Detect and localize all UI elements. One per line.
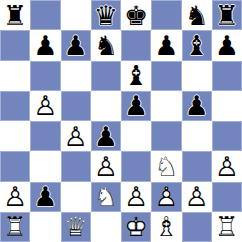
black-queen-glyph: ♛: [91, 0, 121, 30]
square-c8[interactable]: [61, 0, 91, 30]
square-a5[interactable]: [0, 91, 30, 121]
square-d5[interactable]: [91, 91, 121, 121]
square-a8[interactable]: ♜: [0, 0, 30, 30]
square-h7[interactable]: ♟: [212, 30, 242, 60]
square-d4[interactable]: ♟: [91, 121, 121, 151]
white-rook-outline: ♖: [0, 212, 30, 242]
square-g5[interactable]: ♟: [182, 91, 212, 121]
white-pawn: ♟♙: [0, 182, 30, 212]
square-b2[interactable]: ♟: [30, 182, 60, 212]
black-pawn-glyph: ♟: [182, 91, 212, 121]
black-queen: ♛: [91, 0, 121, 30]
white-pawn-outline: ♙: [0, 182, 30, 212]
black-king-glyph: ♚: [121, 0, 151, 30]
square-b7[interactable]: ♟: [30, 30, 60, 60]
square-h3[interactable]: ♟♙: [212, 151, 242, 181]
square-f8[interactable]: [151, 0, 181, 30]
black-pawn: ♟: [151, 30, 181, 60]
white-pawn: ♟♙: [91, 151, 121, 181]
black-bishop-glyph: ♝: [121, 61, 151, 91]
square-e1[interactable]: ♚♔: [121, 212, 151, 242]
chess-board: ♜♛♚♞♜♟♟♞♟♝♟♝♟♙♟♟♟♙♟♟♙♞♘♟♙♟♙♟♞♘♟♙♟♙♟♙♜♖♛♕…: [0, 0, 242, 242]
square-a2[interactable]: ♟♙: [0, 182, 30, 212]
black-bishop: ♝: [121, 61, 151, 91]
square-a7[interactable]: [0, 30, 30, 60]
black-pawn-glyph: ♟: [30, 182, 60, 212]
white-pawn-outline: ♙: [212, 151, 242, 181]
white-pawn-outline: ♙: [91, 151, 121, 181]
white-bishop-outline: ♗: [151, 212, 181, 242]
black-pawn: ♟: [61, 30, 91, 60]
white-knight: ♞♘: [151, 151, 181, 181]
square-d8[interactable]: ♛: [91, 0, 121, 30]
square-b3[interactable]: [30, 151, 60, 181]
black-knight: ♞: [182, 0, 212, 30]
white-pawn-outline: ♙: [61, 121, 91, 151]
white-knight-outline: ♘: [91, 182, 121, 212]
square-g2[interactable]: ♟♙: [182, 182, 212, 212]
square-g4[interactable]: [182, 121, 212, 151]
black-knight-glyph: ♞: [182, 0, 212, 30]
black-pawn-glyph: ♟: [30, 30, 60, 60]
square-f6[interactable]: [151, 61, 181, 91]
square-b6[interactable]: [30, 61, 60, 91]
black-pawn: ♟: [91, 121, 121, 151]
square-c1[interactable]: ♛♕: [61, 212, 91, 242]
square-e4[interactable]: [121, 121, 151, 151]
square-h2[interactable]: [212, 182, 242, 212]
white-knight: ♞♘: [91, 182, 121, 212]
white-pawn-outline: ♙: [121, 182, 151, 212]
square-a3[interactable]: [0, 151, 30, 181]
square-h8[interactable]: ♜: [212, 0, 242, 30]
white-knight-outline: ♘: [151, 151, 181, 181]
square-d7[interactable]: ♞: [91, 30, 121, 60]
white-pawn-outline: ♙: [30, 91, 60, 121]
white-pawn: ♟♙: [61, 121, 91, 151]
square-g3[interactable]: [182, 151, 212, 181]
black-knight-glyph: ♞: [91, 30, 121, 60]
square-e6[interactable]: ♝: [121, 61, 151, 91]
black-rook: ♜: [0, 0, 30, 30]
square-f2[interactable]: ♟♙: [151, 182, 181, 212]
square-c2[interactable]: [61, 182, 91, 212]
square-e5[interactable]: ♟: [121, 91, 151, 121]
square-h4[interactable]: [212, 121, 242, 151]
black-pawn-glyph: ♟: [121, 91, 151, 121]
square-b4[interactable]: [30, 121, 60, 151]
square-c7[interactable]: ♟: [61, 30, 91, 60]
black-bishop: ♝: [182, 30, 212, 60]
white-queen-outline: ♕: [61, 212, 91, 242]
square-d1[interactable]: [91, 212, 121, 242]
square-g8[interactable]: ♞: [182, 0, 212, 30]
black-pawn: ♟: [30, 182, 60, 212]
square-b5[interactable]: ♟♙: [30, 91, 60, 121]
square-f5[interactable]: [151, 91, 181, 121]
square-a4[interactable]: [0, 121, 30, 151]
white-pawn-outline: ♙: [151, 182, 181, 212]
square-f1[interactable]: ♝♗: [151, 212, 181, 242]
black-pawn: ♟: [212, 30, 242, 60]
white-rook-outline: ♖: [212, 212, 242, 242]
white-pawn: ♟♙: [151, 182, 181, 212]
white-rook: ♜♖: [0, 212, 30, 242]
square-a1[interactable]: ♜♖: [0, 212, 30, 242]
black-rook-glyph: ♜: [212, 0, 242, 30]
square-h6[interactable]: [212, 61, 242, 91]
black-rook-glyph: ♜: [0, 0, 30, 30]
black-knight: ♞: [91, 30, 121, 60]
black-pawn: ♟: [30, 30, 60, 60]
white-rook: ♜♖: [212, 212, 242, 242]
square-d6[interactable]: [91, 61, 121, 91]
square-h5[interactable]: [212, 91, 242, 121]
white-pawn: ♟♙: [182, 182, 212, 212]
square-e7[interactable]: [121, 30, 151, 60]
square-h1[interactable]: ♜♖: [212, 212, 242, 242]
square-c6[interactable]: [61, 61, 91, 91]
black-pawn-glyph: ♟: [212, 30, 242, 60]
square-b8[interactable]: [30, 0, 60, 30]
black-pawn-glyph: ♟: [151, 30, 181, 60]
square-d3[interactable]: ♟♙: [91, 151, 121, 181]
black-pawn: ♟: [121, 91, 151, 121]
black-bishop-glyph: ♝: [182, 30, 212, 60]
square-c4[interactable]: ♟♙: [61, 121, 91, 151]
square-f7[interactable]: ♟: [151, 30, 181, 60]
square-g1[interactable]: [182, 212, 212, 242]
white-queen: ♛♕: [61, 212, 91, 242]
white-pawn: ♟♙: [212, 151, 242, 181]
black-pawn-glyph: ♟: [91, 121, 121, 151]
square-b1[interactable]: [30, 212, 60, 242]
square-f3[interactable]: ♞♘: [151, 151, 181, 181]
square-c5[interactable]: [61, 91, 91, 121]
square-a6[interactable]: [0, 61, 30, 91]
square-e8[interactable]: ♚: [121, 0, 151, 30]
white-king: ♚♔: [121, 212, 151, 242]
black-pawn: ♟: [182, 91, 212, 121]
square-f4[interactable]: [151, 121, 181, 151]
black-rook: ♜: [212, 0, 242, 30]
white-pawn: ♟♙: [121, 182, 151, 212]
square-g6[interactable]: [182, 61, 212, 91]
white-pawn-outline: ♙: [182, 182, 212, 212]
white-bishop: ♝♗: [151, 212, 181, 242]
square-c3[interactable]: [61, 151, 91, 181]
square-e3[interactable]: [121, 151, 151, 181]
white-king-outline: ♔: [121, 212, 151, 242]
square-d2[interactable]: ♞♘: [91, 182, 121, 212]
black-king: ♚: [121, 0, 151, 30]
black-pawn-glyph: ♟: [61, 30, 91, 60]
square-g7[interactable]: ♝: [182, 30, 212, 60]
square-e2[interactable]: ♟♙: [121, 182, 151, 212]
white-pawn: ♟♙: [30, 91, 60, 121]
